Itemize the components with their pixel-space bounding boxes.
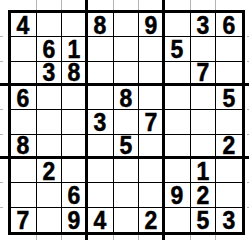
cell-r7c4[interactable] — [88, 159, 114, 183]
given-digit: 8 — [67, 62, 80, 86]
cell-r5c7[interactable] — [165, 110, 191, 134]
cell-r1c2[interactable] — [37, 13, 63, 37]
cell-r3c2[interactable]: 3 — [37, 62, 63, 86]
cell-r3c7[interactable] — [165, 62, 191, 86]
cell-r3c5[interactable] — [114, 62, 140, 86]
left-margin-tick — [0, 36, 3, 37]
bottom-margin-tick — [85, 235, 88, 240]
given-digit: 5 — [120, 135, 133, 159]
cell-r9c7[interactable] — [165, 208, 191, 232]
cell-r9c6[interactable]: 2 — [139, 208, 165, 232]
cell-r3c8[interactable]: 7 — [191, 62, 217, 86]
cell-r4c8[interactable] — [191, 86, 217, 110]
sudoku-screenshot: 489366153876853785221692794253 — [0, 0, 249, 240]
cell-r8c1[interactable] — [11, 183, 37, 207]
given-digit: 2 — [144, 208, 157, 232]
cell-r8c6[interactable] — [139, 183, 165, 207]
given-digit: 7 — [197, 62, 210, 86]
right-margin-tick — [245, 156, 249, 159]
given-digit: 4 — [94, 208, 107, 232]
cell-r6c1[interactable]: 8 — [11, 135, 37, 159]
cell-r1c1[interactable]: 4 — [11, 13, 37, 37]
top-margin-tick — [61, 0, 62, 10]
cell-r1c4[interactable]: 8 — [88, 13, 114, 37]
bottom-margin-tick — [215, 235, 216, 240]
cell-r6c4[interactable] — [88, 135, 114, 159]
cell-r4c5[interactable]: 8 — [114, 86, 140, 110]
left-margin-tick — [0, 109, 3, 110]
given-digit: 2 — [223, 135, 236, 159]
cell-r9c1[interactable]: 7 — [11, 208, 37, 232]
given-digit: 6 — [17, 86, 30, 110]
cell-r9c8[interactable]: 5 — [191, 208, 217, 232]
cell-r4c4[interactable] — [88, 86, 114, 110]
cell-r3c9[interactable] — [216, 62, 242, 86]
cell-r7c3[interactable] — [62, 159, 88, 183]
cell-r2c3[interactable]: 1 — [62, 37, 88, 61]
cell-r4c1[interactable]: 6 — [11, 86, 37, 110]
bottom-margin-tick — [190, 235, 191, 240]
cell-r1c9[interactable]: 6 — [216, 13, 242, 37]
cell-r3c4[interactable] — [88, 62, 114, 86]
cell-r5c4[interactable]: 3 — [88, 110, 114, 134]
cell-r9c9[interactable]: 3 — [216, 208, 242, 232]
given-digit: 3 — [94, 110, 107, 134]
left-margin-tick — [0, 83, 8, 86]
left-margin-tick — [0, 182, 3, 183]
cell-r1c3[interactable] — [62, 13, 88, 37]
top-margin-tick — [113, 0, 114, 10]
cell-r1c7[interactable] — [165, 13, 191, 37]
given-digit: 4 — [17, 13, 30, 37]
right-margin-tick — [245, 83, 249, 86]
cell-r1c8[interactable]: 3 — [191, 13, 217, 37]
cell-r6c2[interactable] — [37, 135, 63, 159]
cell-r8c7[interactable]: 9 — [165, 183, 191, 207]
cell-r9c4[interactable]: 4 — [88, 208, 114, 232]
left-margin-tick — [0, 134, 3, 135]
given-digit: 9 — [171, 183, 184, 207]
sudoku-grid: 489366153876853785221692794253 — [8, 10, 245, 235]
cell-r8c5[interactable] — [114, 183, 140, 207]
right-margin-tick — [247, 36, 250, 37]
top-margin-tick — [190, 0, 191, 10]
cell-r6c9[interactable]: 2 — [216, 135, 242, 159]
cell-r8c2[interactable] — [37, 183, 63, 207]
cell-r5c2[interactable] — [37, 110, 63, 134]
cell-r7c7[interactable] — [165, 159, 191, 183]
cell-r1c5[interactable] — [114, 13, 140, 37]
cell-r7c6[interactable] — [139, 159, 165, 183]
given-digit: 2 — [43, 159, 56, 183]
cell-r6c6[interactable] — [139, 135, 165, 159]
cell-r9c5[interactable] — [114, 208, 140, 232]
cell-r5c6[interactable]: 7 — [139, 110, 165, 134]
cell-r4c9[interactable]: 5 — [216, 86, 242, 110]
given-digit: 1 — [197, 159, 210, 183]
cell-r3c1[interactable] — [11, 62, 37, 86]
given-digit: 7 — [17, 208, 30, 232]
given-digit: 5 — [171, 37, 184, 61]
cell-r2c7[interactable]: 5 — [165, 37, 191, 61]
cell-r4c3[interactable] — [62, 86, 88, 110]
given-digit: 9 — [67, 208, 80, 232]
cell-r9c3[interactable]: 9 — [62, 208, 88, 232]
cell-r5c9[interactable] — [216, 110, 242, 134]
cell-r5c3[interactable] — [62, 110, 88, 134]
cell-r7c1[interactable] — [11, 159, 37, 183]
cell-r3c6[interactable] — [139, 62, 165, 86]
left-margin-tick — [0, 156, 8, 159]
given-digit: 8 — [17, 135, 30, 159]
cell-r2c9[interactable] — [216, 37, 242, 61]
cell-r1c6[interactable]: 9 — [139, 13, 165, 37]
top-margin-tick — [85, 0, 88, 10]
left-margin-tick — [0, 61, 3, 62]
right-margin-tick — [247, 207, 250, 208]
cell-r8c3[interactable]: 6 — [62, 183, 88, 207]
cell-r7c5[interactable] — [114, 159, 140, 183]
bottom-margin-tick — [36, 235, 37, 240]
given-digit: 9 — [144, 13, 157, 37]
cell-r4c2[interactable] — [37, 86, 63, 110]
cell-r2c8[interactable] — [191, 37, 217, 61]
given-digit: 1 — [67, 37, 80, 61]
cell-r7c9[interactable] — [216, 159, 242, 183]
cell-r4c7[interactable] — [165, 86, 191, 110]
cell-r2c2[interactable]: 6 — [37, 37, 63, 61]
cell-r5c5[interactable] — [114, 110, 140, 134]
given-digit: 2 — [197, 183, 210, 207]
cell-r2c6[interactable] — [139, 37, 165, 61]
right-margin-tick — [247, 61, 250, 62]
given-digit: 8 — [94, 13, 107, 37]
cell-r8c8[interactable]: 2 — [191, 183, 217, 207]
left-margin-tick — [0, 207, 3, 208]
right-margin-tick — [247, 134, 250, 135]
cell-r4c6[interactable] — [139, 86, 165, 110]
cell-r6c3[interactable] — [62, 135, 88, 159]
given-digit: 3 — [43, 62, 56, 86]
cell-r8c9[interactable] — [216, 183, 242, 207]
cell-r3c3[interactable]: 8 — [62, 62, 88, 86]
cell-r5c1[interactable] — [11, 110, 37, 134]
cell-r2c1[interactable] — [11, 37, 37, 61]
given-digit: 8 — [120, 86, 133, 110]
cell-r2c4[interactable] — [88, 37, 114, 61]
bottom-margin-tick — [113, 235, 114, 240]
top-margin-tick — [138, 0, 139, 10]
given-digit: 6 — [67, 183, 80, 207]
given-digit: 5 — [197, 208, 210, 232]
given-digit: 6 — [223, 13, 236, 37]
top-margin-tick — [215, 0, 216, 10]
right-margin-tick — [247, 182, 250, 183]
cell-r8c4[interactable] — [88, 183, 114, 207]
given-digit: 5 — [223, 86, 236, 110]
cell-r6c5[interactable]: 5 — [114, 135, 140, 159]
cell-r7c8[interactable]: 1 — [191, 159, 217, 183]
cell-r7c2[interactable]: 2 — [37, 159, 63, 183]
cell-r5c8[interactable] — [191, 110, 217, 134]
top-margin-tick — [36, 0, 37, 10]
right-margin-tick — [247, 109, 250, 110]
given-digit: 3 — [197, 13, 210, 37]
top-margin-tick — [162, 0, 165, 10]
bottom-margin-tick — [61, 235, 62, 240]
cell-r6c8[interactable] — [191, 135, 217, 159]
given-digit: 3 — [223, 208, 236, 232]
bottom-margin-tick — [162, 235, 165, 240]
cell-r2c5[interactable] — [114, 37, 140, 61]
given-digit: 7 — [144, 110, 157, 134]
cell-r6c7[interactable] — [165, 135, 191, 159]
cell-r9c2[interactable] — [37, 208, 63, 232]
bottom-margin-tick — [138, 235, 139, 240]
given-digit: 6 — [43, 37, 56, 61]
